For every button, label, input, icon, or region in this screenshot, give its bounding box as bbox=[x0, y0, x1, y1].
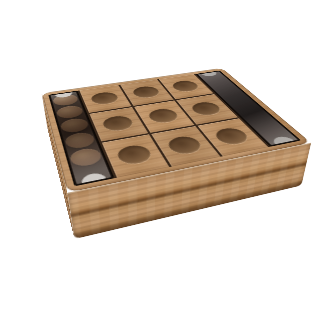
piece-recess bbox=[89, 91, 120, 106]
piece-recess bbox=[131, 85, 162, 99]
scene bbox=[0, 0, 320, 320]
finger-cutout-icon bbox=[270, 135, 294, 144]
piece-recess bbox=[165, 135, 205, 156]
piece-recess bbox=[188, 101, 224, 117]
piece-recess bbox=[101, 114, 136, 132]
finger-cutout-icon bbox=[80, 172, 106, 183]
finger-cutout-icon bbox=[201, 72, 219, 77]
piece-recess bbox=[170, 80, 202, 93]
piece-recess bbox=[115, 143, 155, 166]
finger-cutout-icon bbox=[54, 92, 73, 98]
piece-recess bbox=[146, 107, 181, 124]
photo-background bbox=[0, 0, 320, 320]
wooden-tictactoe-box bbox=[48, 103, 302, 239]
piece-recess bbox=[212, 126, 253, 146]
